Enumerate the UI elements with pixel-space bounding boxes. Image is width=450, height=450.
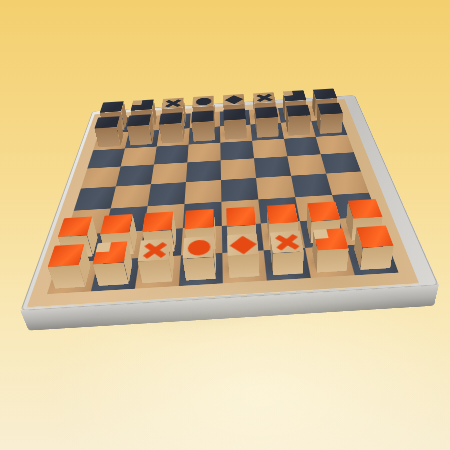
square-a4[interactable] <box>74 186 116 210</box>
piece-black-pawn-f7[interactable] <box>255 125 278 137</box>
square-g5[interactable] <box>287 154 326 175</box>
cube-top-face <box>307 202 340 222</box>
cube-top-face <box>93 241 128 264</box>
cube-front-face <box>127 125 153 145</box>
piece-black-pawn-c7[interactable] <box>162 131 185 144</box>
cube-top-face <box>226 207 256 227</box>
cube-top-face <box>183 236 214 259</box>
square-f4[interactable] <box>256 176 295 200</box>
cube-top-face <box>267 204 298 224</box>
cube-front-face <box>317 249 349 273</box>
knight-notch-symbol <box>283 91 293 96</box>
cube-front-face <box>138 260 173 284</box>
chess-board <box>27 99 419 307</box>
square-d4[interactable] <box>184 180 221 204</box>
square-b4[interactable] <box>111 184 151 208</box>
square-g6[interactable] <box>284 137 321 157</box>
cube-top-face <box>138 239 171 262</box>
cube-front-face <box>360 246 394 270</box>
scene <box>0 0 450 450</box>
queen-circle-symbol <box>195 97 211 105</box>
cube-front-face <box>93 262 129 286</box>
king-diamond-symbol <box>229 235 256 253</box>
queen-circle-symbol <box>187 239 210 256</box>
piece-black-pawn-g7[interactable] <box>286 123 310 135</box>
square-c4[interactable] <box>148 182 186 206</box>
cube-top-face <box>227 233 259 256</box>
square-a6[interactable] <box>87 148 125 168</box>
knight-notch-symbol <box>313 228 328 239</box>
cube-front-face <box>228 254 260 278</box>
piece-black-pawn-d7[interactable] <box>194 129 216 142</box>
square-h4[interactable] <box>326 171 369 194</box>
piece-white-knight-b1[interactable] <box>99 263 133 286</box>
piece-white-bishop-c1[interactable] <box>142 260 174 283</box>
piece-black-pawn-a7[interactable] <box>99 135 124 148</box>
square-e5[interactable] <box>221 158 256 180</box>
piece-black-pawn-e7[interactable] <box>225 127 247 140</box>
cube-front-face <box>183 257 216 281</box>
cube-front-face <box>288 115 310 136</box>
cube-top-face <box>313 228 349 250</box>
cube-top-face <box>185 209 214 229</box>
square-c6[interactable] <box>154 145 189 165</box>
piece-white-rook-h1[interactable] <box>354 248 390 271</box>
cube-front-face <box>273 251 304 275</box>
piece-white-king-e1[interactable] <box>229 255 260 278</box>
square-b6[interactable] <box>121 147 157 167</box>
cube-front-face <box>320 113 343 134</box>
piece-black-pawn-b7[interactable] <box>130 133 154 146</box>
cube-top-face <box>142 211 173 231</box>
square-h5[interactable] <box>321 152 361 173</box>
piece-white-knight-g1[interactable] <box>312 250 346 273</box>
cube-front-face <box>256 117 279 137</box>
cube-top-face <box>270 231 304 254</box>
piece-white-queen-d1[interactable] <box>186 258 216 281</box>
cube-top-face <box>100 214 133 234</box>
cube-front-face <box>224 119 247 139</box>
king-diamond-symbol <box>224 95 243 104</box>
photo-backdrop <box>0 0 450 450</box>
square-g4[interactable] <box>291 174 332 198</box>
piece-white-rook-a1[interactable] <box>55 265 91 288</box>
piece-black-pawn-h7[interactable] <box>317 122 342 134</box>
cube-front-face <box>159 123 184 143</box>
cube-front-face <box>191 121 215 141</box>
piece-white-bishop-f1[interactable] <box>271 253 304 276</box>
